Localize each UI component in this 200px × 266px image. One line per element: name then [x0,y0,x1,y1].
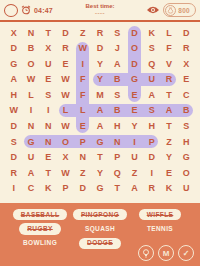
grid-cell[interactable]: I [5,180,22,196]
grid-cell[interactable]: A [126,180,143,196]
grid-cell[interactable]: C [22,180,39,196]
grid-cell[interactable]: D [5,41,22,57]
word-squash: SQUASH [85,225,115,233]
grid-cell[interactable]: Q [143,56,160,72]
grid-cell[interactable]: T [40,25,57,41]
grid-cell[interactable]: L [74,103,91,119]
grid-cell[interactable]: Y [160,149,177,165]
word-tennis: TENNIS [147,225,173,233]
grid-cell[interactable]: R [57,41,74,57]
grid-cell[interactable]: B [109,72,126,88]
timer-value: 04:47 [34,7,53,14]
grid-cell[interactable]: U [40,56,57,72]
top-bar: 04:47 Best time: ---- 800 [0,0,200,22]
grid-cell[interactable]: K [143,25,160,41]
grid-cell[interactable]: B [109,103,126,119]
grid-cell[interactable]: U [143,72,160,88]
grid-cell[interactable]: Y [91,56,108,72]
grid-cell[interactable]: R [178,41,195,57]
top-bar-left: 04:47 [4,4,86,17]
grid-cell[interactable]: T [109,180,126,196]
grid-cell[interactable]: W [74,41,91,57]
letter-grid: XNTDZRSDKLDDBXRWDJOSFRGOUEIYADQVXAWEWFYB… [5,25,195,196]
grid-cell[interactable]: U [126,149,143,165]
grid-cell[interactable]: W [57,165,74,181]
grid-cell[interactable]: E [40,72,57,88]
money-bag-icon [167,7,174,14]
grid-cell[interactable]: E [74,118,91,134]
grid-cell[interactable]: D [178,25,195,41]
word-search-app: 04:47 Best time: ---- 800 XNTDZRS [0,0,200,266]
grid-cell[interactable]: I [74,56,91,72]
grid-cell[interactable]: S [40,87,57,103]
grid-cell[interactable]: R [143,180,160,196]
grid-cell[interactable]: O [126,41,143,57]
grid-cell[interactable]: W [22,72,39,88]
hint-button[interactable] [138,245,154,261]
alarm-clock-icon [21,5,31,15]
grid-cell[interactable]: A [160,103,177,119]
grid-cell[interactable]: H [109,118,126,134]
grid-cell[interactable]: N [22,25,39,41]
grid-cell[interactable]: W [57,72,74,88]
grid-cell[interactable]: T [160,118,177,134]
grid-cell[interactable]: Z [126,165,143,181]
grid-cell[interactable]: K [160,180,177,196]
grid-cell[interactable]: T [91,149,108,165]
grid-cell[interactable]: S [143,41,160,57]
grid-cell[interactable]: E [57,56,74,72]
grid-cell[interactable]: D [126,25,143,41]
grid-cell[interactable]: H [178,134,195,150]
best-time-value: ---- [95,10,105,17]
coins-value: 800 [178,7,190,14]
grid-cell[interactable]: N [40,134,57,150]
grid-cell[interactable]: T [160,87,177,103]
grid-cell[interactable]: O [57,134,74,150]
grid-cell[interactable]: B [22,41,39,57]
word-wiffle-found: WIFFLE [139,209,182,220]
grid-cell[interactable]: V [160,56,177,72]
grid-cell[interactable]: S [109,87,126,103]
word-rugby-found: RUGBY [19,223,60,234]
grid-cell[interactable]: I [22,103,39,119]
grid-cell[interactable]: Y [91,165,108,181]
grid-cell[interactable]: O [178,165,195,181]
grid-cell[interactable]: F [160,41,177,57]
grid-cell[interactable]: B [178,103,195,119]
grid-cell[interactable]: W [57,118,74,134]
grid-cell[interactable]: U [178,180,195,196]
grid-cell[interactable]: D [5,149,22,165]
grid-cell[interactable]: R [160,72,177,88]
grid-cell[interactable]: L [22,87,39,103]
grid-cell[interactable]: H [143,118,160,134]
grid-cell[interactable]: E [160,165,177,181]
grid-cell[interactable]: A [143,87,160,103]
word-dodge-found: DODGE [79,238,121,249]
grid-cell[interactable]: G [178,149,195,165]
grid-cell[interactable]: A [109,56,126,72]
grid-cell[interactable]: Y [126,118,143,134]
word-pingpong-found: PINGPONG [73,209,127,220]
coins-badge: 800 [163,3,196,17]
grid-cell[interactable]: N [40,118,57,134]
check-button[interactable]: ✓ [178,245,194,261]
grid-cell[interactable]: Z [74,165,91,181]
grid-cell[interactable]: T [40,165,57,181]
grid-cell[interactable]: N [22,118,39,134]
grid-cell[interactable]: W [57,87,74,103]
grid-cell[interactable]: G [22,134,39,150]
grid-cell[interactable]: Q [109,165,126,181]
grid-cell[interactable]: P [143,134,160,150]
grid-cell[interactable]: G [91,134,108,150]
best-time-label: Best time: [86,3,115,10]
word-baseball-found: BASEBALL [13,209,68,220]
grid-area: XNTDZRSDKLDDBXRWDJOSFRGOUEIYADQVXAWEWFYB… [0,22,200,203]
grid-cell[interactable]: X [5,25,22,41]
grid-cell[interactable]: R [91,25,108,41]
grid-cell[interactable]: U [22,149,39,165]
grid-cell[interactable]: R [5,165,22,181]
grid-cell[interactable]: S [109,25,126,41]
grid-cell[interactable]: L [57,103,74,119]
grid-cell[interactable]: E [40,149,57,165]
word-bowling: BOWLING [23,239,57,247]
grid-cell[interactable]: Z [160,134,177,150]
word-list: BASEBALLPINGPONGWIFFLERUGBYSQUASHTENNISB… [0,203,200,249]
grid-cell[interactable]: N [109,134,126,150]
word-panel: BASEBALLPINGPONGWIFFLERUGBYSQUASHTENNISB… [0,203,200,266]
grid-cell[interactable]: C [178,87,195,103]
grid-cell[interactable]: A [91,118,108,134]
grid-cell[interactable]: A [5,72,22,88]
grid-cell[interactable]: D [57,25,74,41]
grid-cell[interactable]: P [74,134,91,150]
grid-cell[interactable]: G [5,56,22,72]
grid-cell[interactable]: F [74,72,91,88]
coin-bag-circle [165,5,176,16]
eye-icon[interactable] [146,5,160,15]
grid-cell[interactable]: D [5,118,22,134]
grid-cell[interactable]: F [74,87,91,103]
grid-cell[interactable]: X [40,41,57,57]
action-buttons: M ✓ [138,245,194,261]
grid-cell[interactable]: Z [74,25,91,41]
grid-cell[interactable]: S [143,103,160,119]
grid-cell[interactable]: E [178,72,195,88]
grid-cell[interactable]: Y [91,72,108,88]
grid-cell[interactable]: I [40,103,57,119]
grid-cell[interactable]: D [126,56,143,72]
grid-cell[interactable]: X [57,149,74,165]
grid-cell[interactable]: M [91,87,108,103]
grid-cell[interactable]: D [74,180,91,196]
grid-cell[interactable]: E [126,103,143,119]
grid-cell[interactable]: A [91,103,108,119]
best-time-block: Best time: ---- [86,3,115,16]
grid-cell[interactable]: D [91,41,108,57]
grid-cell[interactable]: J [109,41,126,57]
grid-cell[interactable]: S [178,118,195,134]
lightbulb-icon [142,249,150,258]
grid-cell[interactable]: W [5,103,22,119]
grid-cell[interactable]: A [22,165,39,181]
grid-cell[interactable]: D [143,149,160,165]
grid-cell[interactable]: I [143,165,160,181]
grid-cell[interactable]: S [5,134,22,150]
grid-cell[interactable]: X [178,56,195,72]
grid-cell[interactable]: G [91,180,108,196]
magic-m-button[interactable]: M [158,245,174,261]
grid-cell[interactable]: L [160,25,177,41]
top-bar-right: 800 [115,3,197,17]
grid-cell[interactable]: K [40,180,57,196]
grid-cell[interactable]: H [5,87,22,103]
grid-cell[interactable]: P [57,180,74,196]
grid-cell[interactable]: G [126,72,143,88]
grid-cell[interactable]: P [109,149,126,165]
grid-cell[interactable]: N [74,149,91,165]
grid-cell[interactable]: O [22,56,39,72]
pause-button[interactable] [4,4,18,17]
grid-cell[interactable]: E [126,87,143,103]
grid-cell[interactable]: I [126,134,143,150]
